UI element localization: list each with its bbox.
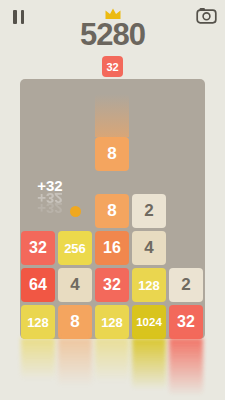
falling-tile: 8: [95, 137, 129, 171]
next-tile-preview: 32: [102, 56, 123, 77]
tile-8: 8: [95, 194, 129, 228]
tile-2: 2: [132, 194, 166, 228]
tile-32: 32: [21, 231, 55, 265]
empty-cell: [21, 194, 55, 228]
score-display: 5280: [0, 19, 225, 50]
glow-streak: [58, 338, 92, 386]
tile-128: 128: [95, 305, 129, 339]
tile-stack-grid: 82322561646443212821288128102432: [21, 194, 203, 339]
falling-tile-value: 8: [107, 144, 116, 164]
tile-1024: 1024: [132, 305, 166, 339]
tile-32: 32: [169, 305, 203, 339]
glow-streak: [95, 338, 129, 382]
tile-2: 2: [169, 268, 203, 302]
empty-cell: [169, 231, 203, 265]
tile-4: 4: [132, 231, 166, 265]
glow-streak: [169, 338, 203, 396]
tile-128: 128: [21, 305, 55, 339]
game-screen: 5280 32 8 +32 +32 +32 823225616464432128…: [0, 0, 225, 400]
tile-16: 16: [95, 231, 129, 265]
next-tile-value: 32: [106, 61, 118, 73]
glow-streak: [21, 338, 55, 380]
tile-256: 256: [58, 231, 92, 265]
glow-streak: [132, 338, 166, 390]
tile-8: 8: [58, 305, 92, 339]
falling-tile-trail: [95, 94, 129, 137]
tile-32: 32: [95, 268, 129, 302]
tile-128: 128: [132, 268, 166, 302]
empty-cell: [58, 194, 92, 228]
game-board[interactable]: 8 +32 +32 +32 82322561646443212821288128…: [20, 79, 205, 339]
tile-64: 64: [21, 268, 55, 302]
empty-cell: [169, 194, 203, 228]
tile-4: 4: [58, 268, 92, 302]
